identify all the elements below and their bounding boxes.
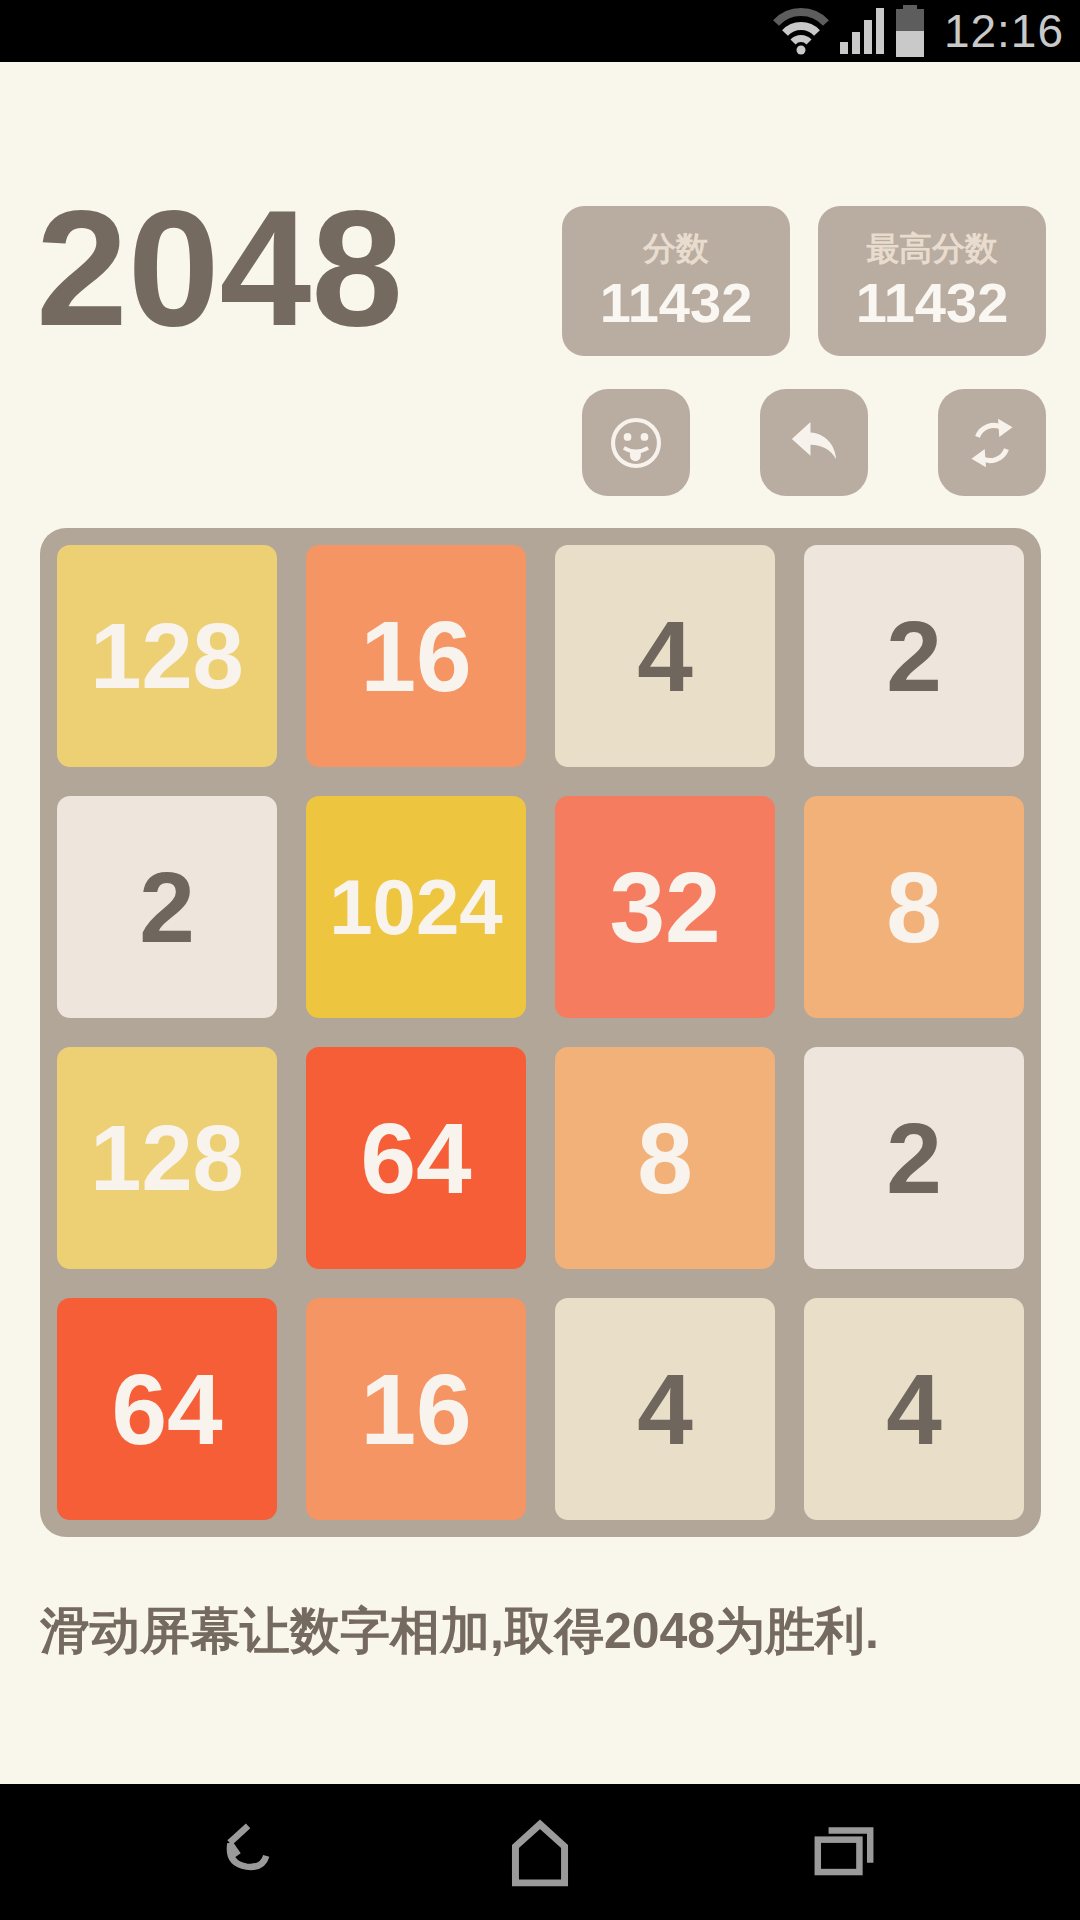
back-icon [208,1815,282,1889]
recents-icon [807,1815,881,1889]
game-board[interactable]: 1281642210243281286482641644 [40,528,1041,1537]
screen: 12:16 2048 分数 11432 最高分数 11432 [0,0,1080,1920]
undo-arrow-icon [786,415,842,471]
undo-button[interactable] [760,389,868,496]
tile-r2c1: 2 [57,796,277,1018]
tile-r2c3: 32 [555,796,775,1018]
recents-button[interactable] [799,1807,889,1897]
tile-r4c2: 16 [306,1298,526,1520]
tile-r4c1: 64 [57,1298,277,1520]
back-button[interactable] [200,1807,290,1897]
instruction-text: 滑动屏幕让数字相加,取得2048为胜利. [40,1598,1040,1665]
restart-button[interactable] [938,389,1046,496]
battery-icon [894,5,926,57]
best-score-box: 最高分数 11432 [818,206,1046,356]
smiley-tongue-icon [607,414,665,472]
tile-r1c4: 2 [804,545,1024,767]
tile-r3c2: 64 [306,1047,526,1269]
status-bar: 12:16 [0,0,1080,62]
tile-r1c1: 128 [57,545,277,767]
wifi-icon [772,7,830,55]
tile-r1c2: 16 [306,545,526,767]
tile-r3c1: 128 [57,1047,277,1269]
tile-r4c4: 4 [804,1298,1024,1520]
signal-strength-icon [840,8,884,54]
tile-r2c2: 1024 [306,796,526,1018]
tile-r4c3: 4 [555,1298,775,1520]
score-row: 分数 11432 最高分数 11432 [562,206,1046,356]
score-label: 分数 [643,232,709,265]
toolbar [582,389,1046,496]
home-icon [502,1814,578,1890]
score-value: 11432 [600,275,753,331]
tile-r1c3: 4 [555,545,775,767]
best-score-value: 11432 [856,275,1009,331]
app-title: 2048 [36,186,403,351]
tile-r3c4: 2 [804,1047,1024,1269]
status-time: 12:16 [944,8,1064,54]
mood-button[interactable] [582,389,690,496]
home-button[interactable] [495,1807,585,1897]
score-box: 分数 11432 [562,206,790,356]
best-score-label: 最高分数 [866,232,998,265]
tile-r2c4: 8 [804,796,1024,1018]
android-nav-bar [0,1784,1080,1920]
tile-r3c3: 8 [555,1047,775,1269]
refresh-icon [963,414,1021,472]
